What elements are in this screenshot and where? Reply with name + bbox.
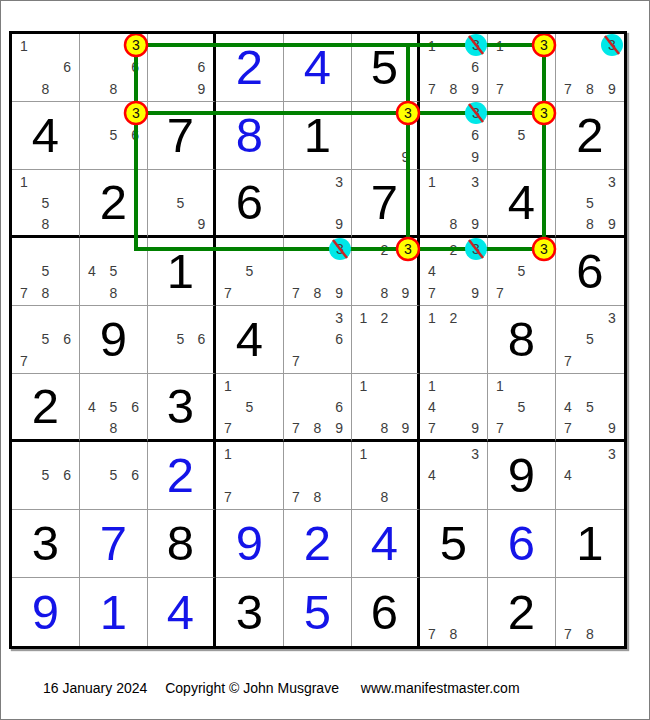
- candidate-5: 5: [35, 261, 57, 283]
- cell-r4c8[interactable]: 57: [488, 238, 556, 306]
- candidates: 789: [285, 239, 350, 304]
- cell-value: 6: [352, 578, 417, 646]
- candidate-8: 8: [374, 417, 395, 438]
- candidate-3: 3: [328, 307, 350, 329]
- candidate-8: 8: [443, 78, 465, 100]
- candidates: 4579: [557, 375, 623, 438]
- candidate-6: 6: [56, 465, 78, 487]
- candidate-5: 5: [103, 261, 125, 283]
- candidate-3: 3: [464, 171, 486, 192]
- candidate-5: 5: [579, 396, 601, 417]
- candidate-7: 7: [285, 417, 307, 438]
- candidates: 68: [81, 35, 146, 100]
- candidate-7: 7: [489, 417, 511, 438]
- candidate-1: 1: [489, 375, 511, 396]
- cell-r8c5[interactable]: 2: [284, 510, 352, 578]
- candidates: 57: [489, 239, 554, 304]
- candidates: 168: [13, 35, 78, 100]
- candidate-4: 4: [557, 396, 579, 417]
- candidate-9: 9: [601, 213, 623, 234]
- candidates: 367: [285, 307, 350, 372]
- candidate-8: 8: [579, 213, 601, 234]
- candidate-5: 5: [511, 125, 533, 147]
- cell-r9c3[interactable]: 4: [148, 578, 216, 646]
- candidates: 56: [13, 443, 78, 508]
- cell-r7c2[interactable]: 56: [80, 442, 148, 510]
- cell-value: 7: [148, 102, 213, 169]
- candidate-1: 1: [13, 35, 35, 57]
- cell-r4c5[interactable]: 789: [284, 238, 352, 306]
- candidate-3: 3: [601, 307, 623, 329]
- candidates: 56: [81, 103, 146, 168]
- cell-r5c2[interactable]: 9: [80, 306, 148, 374]
- candidate-2: 2: [374, 239, 395, 261]
- candidate-9: 9: [328, 213, 350, 234]
- cell-r1c6[interactable]: 5: [352, 34, 420, 102]
- candidate-8: 8: [103, 417, 125, 438]
- cell-value: 5: [420, 510, 487, 577]
- cell-value: 4: [12, 102, 79, 169]
- candidate-6: 6: [328, 396, 350, 417]
- cell-r1c7[interactable]: 16789: [420, 34, 488, 102]
- candidate-3: 3: [464, 443, 486, 465]
- cell-r8c1[interactable]: 3: [12, 510, 80, 578]
- candidates: 157: [217, 375, 282, 438]
- cell-value: 2: [80, 170, 147, 235]
- candidates: 16789: [421, 35, 486, 100]
- cell-r4c7[interactable]: 2479: [420, 238, 488, 306]
- candidates: 189: [353, 375, 416, 438]
- cell-r2c9[interactable]: 2: [556, 102, 624, 170]
- cell-r9c4[interactable]: 3: [216, 578, 284, 646]
- candidate-8: 8: [579, 623, 601, 645]
- cell-r3c2[interactable]: 2: [80, 170, 148, 238]
- cell-value: 4: [148, 578, 213, 646]
- candidate-9: 9: [395, 417, 416, 438]
- candidate-9: 9: [191, 213, 212, 234]
- candidate-6: 6: [464, 125, 486, 147]
- cell-value: 1: [556, 510, 624, 577]
- cell-r5c7[interactable]: 12: [420, 306, 488, 374]
- sudoku-board: 1686869245167891778945678196952158259639…: [9, 31, 627, 649]
- candidate-5: 5: [511, 396, 533, 417]
- cell-value: 8: [216, 102, 283, 169]
- cell-value: 6: [556, 238, 624, 305]
- candidate-9: 9: [395, 282, 416, 304]
- candidate-8: 8: [35, 78, 57, 100]
- cell-r1c3[interactable]: 69: [148, 34, 216, 102]
- cell-value: 2: [12, 374, 79, 439]
- cell-r1c1[interactable]: 168: [12, 34, 80, 102]
- sudoku-page: 1686869245167891778945678196952158259639…: [0, 0, 650, 720]
- cell-r3c8[interactable]: 4: [488, 170, 556, 238]
- candidates: 289: [353, 239, 416, 304]
- cell-r4c9[interactable]: 6: [556, 238, 624, 306]
- candidate-8: 8: [307, 282, 329, 304]
- candidates: 789: [557, 35, 623, 100]
- candidates: 357: [557, 307, 623, 372]
- candidate-7: 7: [421, 78, 443, 100]
- cell-r5c5[interactable]: 367: [284, 306, 352, 374]
- candidates: 69: [149, 35, 212, 100]
- candidate-9: 9: [328, 417, 350, 438]
- candidate-5: 5: [170, 192, 191, 213]
- candidates: 5: [489, 103, 554, 168]
- candidates: 458: [81, 239, 146, 304]
- candidate-8: 8: [443, 623, 465, 645]
- candidate-5: 5: [103, 396, 125, 417]
- cell-r9c2[interactable]: 1: [80, 578, 148, 646]
- candidate-6: 6: [191, 57, 212, 79]
- cell-r5c9[interactable]: 357: [556, 306, 624, 374]
- cell-r5c8[interactable]: 8: [488, 306, 556, 374]
- cell-r3c6[interactable]: 7: [352, 170, 420, 238]
- candidate-6: 6: [56, 329, 78, 351]
- cell-r8c6[interactable]: 4: [352, 510, 420, 578]
- cell-r8c2[interactable]: 7: [80, 510, 148, 578]
- candidate-8: 8: [35, 282, 57, 304]
- candidate-5: 5: [103, 125, 125, 147]
- candidate-2: 2: [443, 239, 465, 261]
- cell-r8c9[interactable]: 1: [556, 510, 624, 578]
- cell-r3c7[interactable]: 1389: [420, 170, 488, 238]
- candidate-4: 4: [421, 261, 443, 283]
- candidate-7: 7: [421, 282, 443, 304]
- cell-r6c4[interactable]: 157: [216, 374, 284, 442]
- cell-r1c9[interactable]: 789: [556, 34, 624, 102]
- cell-r4c2[interactable]: 458: [80, 238, 148, 306]
- candidate-8: 8: [35, 213, 57, 234]
- cell-r2c4[interactable]: 8: [216, 102, 284, 170]
- candidate-8: 8: [103, 282, 125, 304]
- candidates: 34: [557, 443, 623, 508]
- candidate-3: 3: [601, 171, 623, 192]
- cell-r3c1[interactable]: 158: [12, 170, 80, 238]
- candidate-6: 6: [124, 57, 146, 79]
- candidates: 78: [285, 443, 350, 508]
- footer-website: www.manifestmaster.com: [361, 680, 520, 696]
- candidate-7: 7: [421, 623, 443, 645]
- candidates: 57: [217, 239, 282, 304]
- candidates: 578: [13, 239, 78, 304]
- footer: 16 January 2024 Copyright © John Musgrav…: [43, 680, 520, 696]
- cell-value: 4: [216, 306, 283, 373]
- candidates: 17: [489, 35, 554, 100]
- cell-value: 2: [556, 102, 624, 169]
- candidates: 12: [421, 307, 486, 372]
- candidate-6: 6: [124, 465, 146, 487]
- cell-value: 2: [216, 34, 283, 101]
- cell-r3c9[interactable]: 3589: [556, 170, 624, 238]
- cell-value: 3: [216, 578, 283, 646]
- candidate-5: 5: [511, 261, 533, 283]
- cell-value: 1: [80, 578, 147, 646]
- candidate-8: 8: [307, 417, 329, 438]
- candidate-1: 1: [489, 35, 511, 57]
- cell-r1c8[interactable]: 17: [488, 34, 556, 102]
- cell-r6c9[interactable]: 4579: [556, 374, 624, 442]
- candidate-3: 3: [601, 443, 623, 465]
- candidate-1: 1: [421, 307, 443, 329]
- candidate-2: 2: [374, 307, 395, 329]
- cell-r8c7[interactable]: 5: [420, 510, 488, 578]
- candidate-7: 7: [217, 282, 239, 304]
- cell-r5c1[interactable]: 567: [12, 306, 80, 374]
- cell-r6c5[interactable]: 6789: [284, 374, 352, 442]
- candidate-9: 9: [191, 78, 212, 100]
- candidate-2: 2: [443, 307, 465, 329]
- cell-r9c8[interactable]: 2: [488, 578, 556, 646]
- candidate-6: 6: [56, 57, 78, 79]
- cell-r8c3[interactable]: 8: [148, 510, 216, 578]
- cell-r3c5[interactable]: 39: [284, 170, 352, 238]
- candidate-9: 9: [464, 78, 486, 100]
- candidate-4: 4: [421, 396, 443, 417]
- candidates: 2479: [421, 239, 486, 304]
- candidates: 18: [353, 443, 416, 508]
- footer-date: 16 January 2024: [43, 680, 147, 696]
- cell-r1c5[interactable]: 4: [284, 34, 352, 102]
- candidate-6: 6: [328, 329, 350, 351]
- candidate-8: 8: [443, 213, 465, 234]
- candidate-9: 9: [464, 417, 486, 438]
- cell-r4c1[interactable]: 578: [12, 238, 80, 306]
- candidate-5: 5: [35, 192, 57, 213]
- cell-value: 2: [148, 442, 213, 509]
- cell-r7c8[interactable]: 9: [488, 442, 556, 510]
- cell-value: 4: [488, 170, 555, 235]
- cell-r4c6[interactable]: 289: [352, 238, 420, 306]
- cell-r2c1[interactable]: 4: [12, 102, 80, 170]
- candidate-4: 4: [421, 465, 443, 487]
- cell-value: 9: [216, 510, 283, 577]
- candidate-1: 1: [217, 375, 239, 396]
- cell-r6c1[interactable]: 2: [12, 374, 80, 442]
- cell-r7c9[interactable]: 34: [556, 442, 624, 510]
- candidate-9: 9: [328, 282, 350, 304]
- candidates: 9: [353, 103, 416, 168]
- cell-value: 3: [148, 374, 213, 439]
- cell-r2c3[interactable]: 7: [148, 102, 216, 170]
- candidates: 56: [81, 443, 146, 508]
- cell-r9c1[interactable]: 9: [12, 578, 80, 646]
- cell-r1c2[interactable]: 68: [80, 34, 148, 102]
- candidate-8: 8: [374, 486, 395, 508]
- cell-value: 5: [284, 578, 351, 646]
- cell-r7c5[interactable]: 78: [284, 442, 352, 510]
- candidate-7: 7: [285, 350, 307, 372]
- candidate-9: 9: [601, 78, 623, 100]
- candidate-5: 5: [579, 192, 601, 213]
- cell-value: 4: [352, 510, 417, 577]
- candidate-6: 6: [124, 125, 146, 147]
- cell-r7c6[interactable]: 18: [352, 442, 420, 510]
- candidate-6: 6: [191, 329, 212, 351]
- cell-value: 8: [488, 306, 555, 373]
- candidate-1: 1: [217, 443, 239, 465]
- candidate-7: 7: [489, 282, 511, 304]
- cell-r5c4[interactable]: 4: [216, 306, 284, 374]
- candidate-4: 4: [557, 465, 579, 487]
- cell-value: 6: [216, 170, 283, 235]
- cell-r6c3[interactable]: 3: [148, 374, 216, 442]
- candidate-8: 8: [103, 78, 125, 100]
- cell-r6c8[interactable]: 157: [488, 374, 556, 442]
- candidate-5: 5: [35, 465, 57, 487]
- candidates: 34: [421, 443, 486, 508]
- candidate-9: 9: [464, 146, 486, 168]
- candidate-1: 1: [353, 375, 374, 396]
- candidate-1: 1: [13, 171, 35, 192]
- candidate-7: 7: [489, 78, 511, 100]
- cell-r3c3[interactable]: 59: [148, 170, 216, 238]
- cell-r2c8[interactable]: 5: [488, 102, 556, 170]
- cell-value: 5: [352, 34, 417, 101]
- cell-r6c2[interactable]: 4568: [80, 374, 148, 442]
- candidate-6: 6: [124, 396, 146, 417]
- cell-r2c5[interactable]: 1: [284, 102, 352, 170]
- candidate-6: 6: [464, 57, 486, 79]
- cell-value: 6: [488, 510, 555, 577]
- cell-grid: 1686869245167891778945678196952158259639…: [12, 34, 624, 646]
- cell-r9c7[interactable]: 78: [420, 578, 488, 646]
- candidate-1: 1: [421, 375, 443, 396]
- candidate-4: 4: [81, 396, 103, 417]
- cell-value: 7: [352, 170, 417, 235]
- candidates: 17: [217, 443, 282, 508]
- candidates: 1479: [421, 375, 486, 438]
- cell-r8c4[interactable]: 9: [216, 510, 284, 578]
- cell-r7c7[interactable]: 34: [420, 442, 488, 510]
- cell-value: 7: [80, 510, 147, 577]
- candidate-7: 7: [13, 350, 35, 372]
- cell-r6c7[interactable]: 1479: [420, 374, 488, 442]
- candidate-9: 9: [464, 213, 486, 234]
- candidate-7: 7: [13, 282, 35, 304]
- candidate-1: 1: [353, 443, 374, 465]
- candidates: 157: [489, 375, 554, 438]
- cell-value: 9: [80, 306, 147, 373]
- candidate-7: 7: [285, 282, 307, 304]
- candidate-5: 5: [239, 396, 261, 417]
- candidate-7: 7: [421, 417, 443, 438]
- candidates: 4568: [81, 375, 146, 438]
- cell-value: 8: [148, 510, 213, 577]
- cell-r7c4[interactable]: 17: [216, 442, 284, 510]
- candidate-8: 8: [374, 282, 395, 304]
- candidate-9: 9: [464, 282, 486, 304]
- candidate-1: 1: [421, 171, 443, 192]
- cell-r9c9[interactable]: 78: [556, 578, 624, 646]
- candidate-4: 4: [81, 261, 103, 283]
- candidate-5: 5: [239, 261, 261, 283]
- cell-r1c4[interactable]: 2: [216, 34, 284, 102]
- candidates: 3589: [557, 171, 623, 234]
- cell-r6c6[interactable]: 189: [352, 374, 420, 442]
- candidate-8: 8: [307, 486, 329, 508]
- candidate-5: 5: [170, 329, 191, 351]
- cell-r2c2[interactable]: 56: [80, 102, 148, 170]
- candidate-7: 7: [217, 486, 239, 508]
- candidate-8: 8: [579, 78, 601, 100]
- cell-r7c1[interactable]: 56: [12, 442, 80, 510]
- candidates: 1389: [421, 171, 486, 234]
- cell-r3c4[interactable]: 6: [216, 170, 284, 238]
- candidates: 69: [421, 103, 486, 168]
- candidate-9: 9: [395, 146, 416, 168]
- cell-value: 1: [148, 238, 213, 305]
- candidate-5: 5: [103, 465, 125, 487]
- candidates: 78: [421, 579, 486, 645]
- candidate-5: 5: [579, 329, 601, 351]
- cell-value: 4: [284, 34, 351, 101]
- cell-value: 1: [284, 102, 351, 169]
- cell-value: 9: [12, 578, 79, 646]
- candidates: 59: [149, 171, 212, 234]
- candidate-9: 9: [601, 417, 623, 438]
- candidate-7: 7: [557, 417, 579, 438]
- cell-r4c4[interactable]: 57: [216, 238, 284, 306]
- footer-copyright: Copyright © John Musgrave: [165, 680, 339, 696]
- candidates: 567: [13, 307, 78, 372]
- cell-r4c3[interactable]: 1: [148, 238, 216, 306]
- cell-r2c6[interactable]: 9: [352, 102, 420, 170]
- candidate-1: 1: [353, 307, 374, 329]
- cell-r7c3[interactable]: 2: [148, 442, 216, 510]
- cell-r2c7[interactable]: 69: [420, 102, 488, 170]
- cell-value: 2: [284, 510, 351, 577]
- cell-value: 9: [488, 442, 555, 509]
- candidates: 56: [149, 307, 212, 372]
- candidates: 78: [557, 579, 623, 645]
- candidate-1: 1: [421, 35, 443, 57]
- candidates: 12: [353, 307, 416, 372]
- candidates: 6789: [285, 375, 350, 438]
- candidate-7: 7: [285, 486, 307, 508]
- cell-r5c6[interactable]: 12: [352, 306, 420, 374]
- cell-value: 3: [12, 510, 79, 577]
- candidates: 39: [285, 171, 350, 234]
- candidate-3: 3: [328, 171, 350, 192]
- cell-r9c6[interactable]: 6: [352, 578, 420, 646]
- cell-value: 2: [488, 578, 555, 646]
- candidate-7: 7: [557, 350, 579, 372]
- candidates: 158: [13, 171, 78, 234]
- cell-r5c3[interactable]: 56: [148, 306, 216, 374]
- cell-r9c5[interactable]: 5: [284, 578, 352, 646]
- candidate-5: 5: [35, 329, 57, 351]
- candidate-7: 7: [217, 417, 239, 438]
- cell-r8c8[interactable]: 6: [488, 510, 556, 578]
- candidate-7: 7: [557, 623, 579, 645]
- candidate-7: 7: [557, 78, 579, 100]
